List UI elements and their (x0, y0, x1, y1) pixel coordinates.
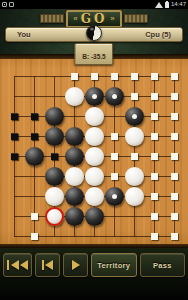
go-app-screen: 14:47 « GO » You Cpu (5) B: -35.5 (0, 0, 188, 300)
black-territory-marker (51, 153, 58, 160)
status-bar: 14:47 (0, 0, 188, 9)
white-stone (125, 187, 144, 206)
territory-button[interactable]: Territory (91, 253, 137, 277)
white-territory-marker (151, 113, 158, 120)
white-territory-marker (131, 73, 138, 80)
notification-icon (9, 2, 14, 7)
white-stone (45, 187, 64, 206)
black-stone-marked-dead (85, 87, 104, 106)
title-right-ornament (124, 14, 148, 23)
black-stone-marked-dead (105, 187, 124, 206)
chevron-right-ornament: » (110, 15, 114, 23)
black-stone (45, 107, 64, 126)
player-cpu-label: Cpu (5) (145, 30, 171, 39)
player-you-label: You (17, 30, 31, 39)
white-territory-marker (111, 73, 118, 80)
white-territory-marker (111, 153, 118, 160)
black-territory-marker (11, 113, 18, 120)
white-territory-marker (151, 233, 158, 240)
white-territory-marker (171, 193, 178, 200)
wifi-icon (155, 2, 163, 8)
white-territory-marker (151, 93, 158, 100)
black-stone (45, 167, 64, 186)
step-forward-button[interactable] (63, 253, 88, 277)
clock-text: 14:47 (171, 0, 186, 9)
board-grid (0, 54, 188, 248)
black-stone (65, 127, 84, 146)
white-territory-marker (171, 133, 178, 140)
white-territory-marker (151, 133, 158, 140)
right-arrow-icon (72, 260, 80, 270)
go-board[interactable] (0, 54, 188, 248)
black-stone-marked-dead (105, 87, 124, 106)
white-stone (85, 167, 104, 186)
white-territory-marker (171, 113, 178, 120)
black-stone (25, 147, 44, 166)
black-stone (65, 207, 84, 226)
white-territory-marker (31, 213, 38, 220)
white-stone (65, 167, 84, 186)
bottom-toolbar: Territory Pass (0, 248, 188, 300)
app-title: GO (81, 13, 108, 25)
white-territory-marker (71, 73, 78, 80)
white-stone (85, 147, 104, 166)
notification-area (2, 2, 14, 7)
system-tray: 14:47 (155, 0, 186, 9)
white-territory-marker (111, 133, 118, 140)
black-territory-marker (31, 133, 38, 140)
chevron-left-ornament: « (73, 15, 77, 23)
black-stone (45, 127, 64, 146)
white-territory-marker (171, 233, 178, 240)
black-territory-marker (11, 133, 18, 140)
white-stone (65, 87, 84, 106)
skip-to-start-button[interactable] (3, 253, 32, 277)
battery-icon (165, 2, 169, 8)
dead-marker-dot (112, 94, 117, 99)
black-stone (65, 147, 84, 166)
notification-icon (2, 2, 7, 7)
white-territory-marker (171, 73, 178, 80)
white-stone (125, 167, 144, 186)
white-stone (125, 127, 144, 146)
dead-marker-dot (112, 194, 117, 199)
dead-marker-dot (92, 94, 97, 99)
white-territory-marker (111, 173, 118, 180)
white-territory-marker (131, 153, 138, 160)
black-territory-marker (11, 153, 18, 160)
white-territory-marker (131, 93, 138, 100)
dead-marker-dot (132, 114, 137, 119)
white-territory-marker (171, 93, 178, 100)
step-back-button[interactable] (35, 253, 60, 277)
score-badge: B: -35.5 (74, 43, 113, 65)
white-territory-marker (151, 193, 158, 200)
title-left-ornament (40, 14, 64, 23)
white-territory-marker (171, 173, 178, 180)
black-stone (65, 187, 84, 206)
white-territory-marker (151, 73, 158, 80)
white-territory-marker (151, 153, 158, 160)
bar-double-left-arrow-icon (7, 260, 9, 270)
white-territory-marker (31, 233, 38, 240)
black-stone (85, 207, 104, 226)
white-stone (85, 187, 104, 206)
white-territory-marker (151, 173, 158, 180)
white-territory-marker (171, 213, 178, 220)
black-stone-marked-dead (125, 107, 144, 126)
white-territory-marker (151, 213, 158, 220)
pass-button[interactable]: Pass (140, 253, 186, 277)
white-stone-last-move (45, 207, 64, 226)
white-territory-marker (91, 73, 98, 80)
black-white-stone-sphere-icon (86, 25, 102, 41)
score-estimate-text: B: -35.5 (82, 53, 105, 60)
button-row: Territory Pass (0, 248, 188, 277)
white-stone (85, 107, 104, 126)
bar-left-arrow-icon (42, 260, 44, 270)
black-territory-marker (31, 113, 38, 120)
white-territory-marker (171, 153, 178, 160)
white-stone (85, 127, 104, 146)
